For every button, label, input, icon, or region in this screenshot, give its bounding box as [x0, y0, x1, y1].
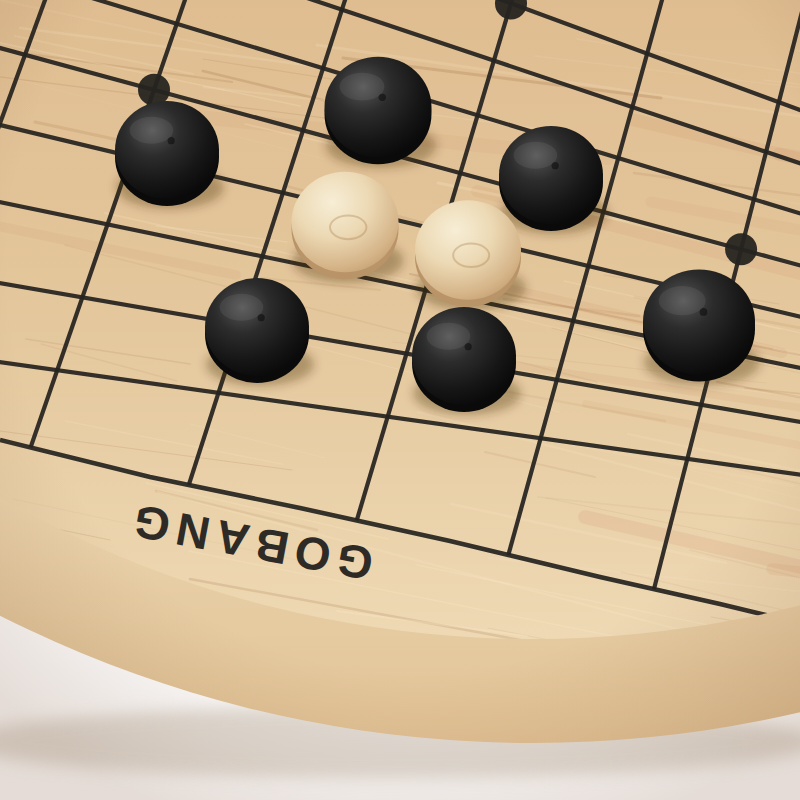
- gobang-board-photo: GOBANG: [0, 0, 800, 800]
- product-photo-canvas: GOBANG: [0, 0, 800, 800]
- photo-vignette: [0, 0, 800, 800]
